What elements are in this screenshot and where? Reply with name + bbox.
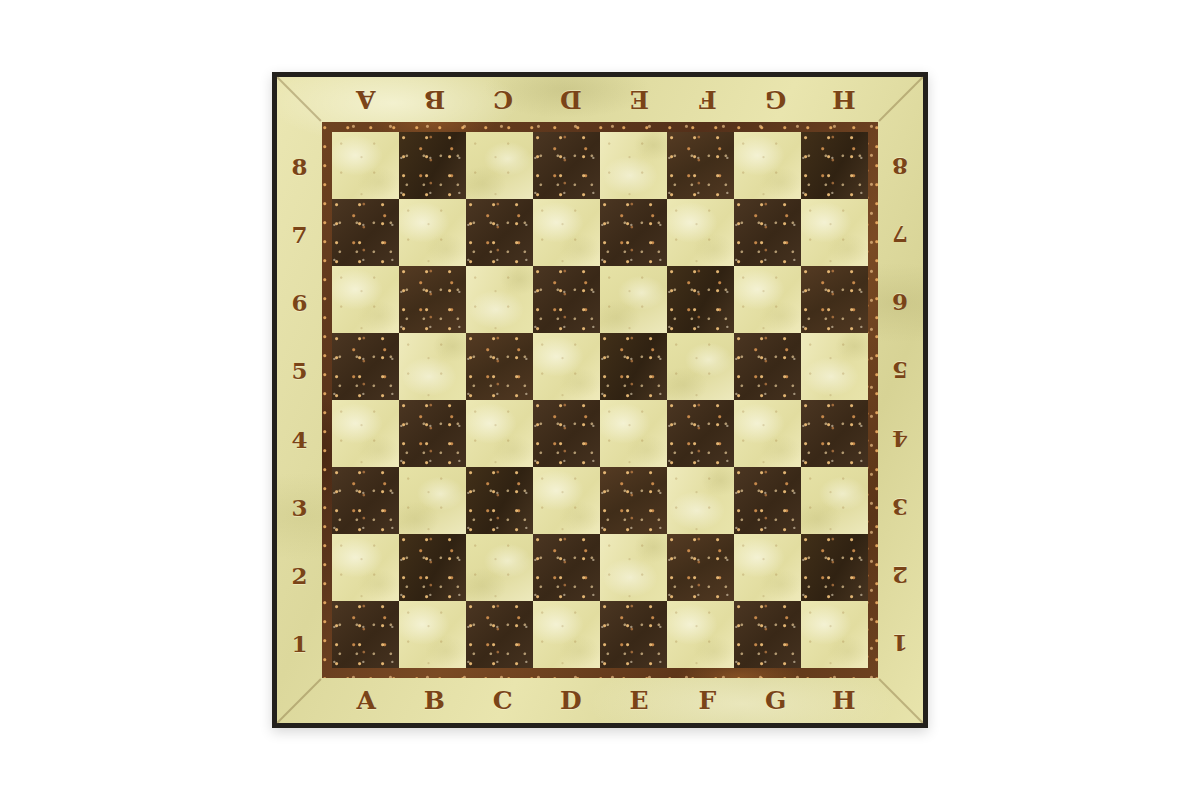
rank-label-right-3: 3 [878, 473, 923, 541]
square-e2[interactable] [600, 534, 667, 601]
square-e8[interactable] [600, 132, 667, 199]
label-glyph: 5 [291, 357, 307, 384]
rank-label-right-7: 7 [878, 200, 923, 268]
rank-label-left-1: 1 [277, 610, 322, 678]
square-e5[interactable] [600, 333, 667, 400]
label-glyph: B [424, 686, 445, 715]
label-glyph: 7 [892, 221, 908, 248]
square-a1[interactable] [332, 601, 399, 668]
label-glyph: 8 [892, 153, 908, 180]
square-g4[interactable] [734, 400, 801, 467]
label-glyph: G [765, 85, 786, 114]
file-labels-bottom: ABCDEFGH [332, 678, 878, 723]
square-b1[interactable] [399, 601, 466, 668]
rank-labels-left: 87654321 [277, 132, 322, 678]
square-b3[interactable] [399, 467, 466, 534]
square-h2[interactable] [801, 534, 868, 601]
file-label-bottom-e: E [605, 678, 673, 723]
square-h6[interactable] [801, 266, 868, 333]
square-b7[interactable] [399, 199, 466, 266]
file-label-top-f: F [673, 77, 741, 122]
square-d2[interactable] [533, 534, 600, 601]
label-glyph: 8 [291, 153, 307, 180]
square-d3[interactable] [533, 467, 600, 534]
square-a7[interactable] [332, 199, 399, 266]
label-glyph: F [699, 85, 717, 114]
square-d6[interactable] [533, 266, 600, 333]
rank-label-right-6: 6 [878, 269, 923, 337]
square-d4[interactable] [533, 400, 600, 467]
square-a2[interactable] [332, 534, 399, 601]
label-glyph: E [630, 85, 649, 114]
square-f5[interactable] [667, 333, 734, 400]
label-glyph: E [630, 686, 649, 715]
square-d1[interactable] [533, 601, 600, 668]
rank-label-left-3: 3 [277, 473, 322, 541]
square-a8[interactable] [332, 132, 399, 199]
square-f8[interactable] [667, 132, 734, 199]
square-c2[interactable] [466, 534, 533, 601]
frame-miter-top-right [878, 76, 923, 121]
square-c3[interactable] [466, 467, 533, 534]
square-e3[interactable] [600, 467, 667, 534]
label-glyph: 3 [291, 494, 307, 521]
file-label-top-e: E [605, 77, 673, 122]
label-glyph: 2 [892, 562, 908, 589]
square-b2[interactable] [399, 534, 466, 601]
board-inner-border [322, 122, 878, 678]
file-label-bottom-g: G [742, 678, 810, 723]
square-c6[interactable] [466, 266, 533, 333]
label-glyph: 4 [291, 426, 307, 453]
file-label-top-a: A [332, 77, 400, 122]
square-b4[interactable] [399, 400, 466, 467]
square-g5[interactable] [734, 333, 801, 400]
square-f6[interactable] [667, 266, 734, 333]
file-label-top-g: G [742, 77, 810, 122]
label-glyph: 1 [291, 630, 307, 657]
square-e6[interactable] [600, 266, 667, 333]
square-d5[interactable] [533, 333, 600, 400]
label-glyph: 3 [892, 494, 908, 521]
rank-label-right-8: 8 [878, 132, 923, 200]
square-f4[interactable] [667, 400, 734, 467]
square-a3[interactable] [332, 467, 399, 534]
square-h8[interactable] [801, 132, 868, 199]
square-h5[interactable] [801, 333, 868, 400]
file-label-bottom-c: C [469, 678, 537, 723]
photo-background: ABCDEFGH ABCDEFGH 87654321 87654321 [0, 0, 1200, 800]
label-glyph: H [832, 85, 856, 114]
square-g8[interactable] [734, 132, 801, 199]
square-f2[interactable] [667, 534, 734, 601]
frame-miter-bottom-right [878, 678, 923, 723]
file-label-top-h: H [810, 77, 878, 122]
square-e4[interactable] [600, 400, 667, 467]
square-b5[interactable] [399, 333, 466, 400]
square-h1[interactable] [801, 601, 868, 668]
label-glyph: A [356, 85, 375, 114]
square-b8[interactable] [399, 132, 466, 199]
square-b6[interactable] [399, 266, 466, 333]
rank-label-left-6: 6 [277, 269, 322, 337]
square-h3[interactable] [801, 467, 868, 534]
square-h7[interactable] [801, 199, 868, 266]
square-c8[interactable] [466, 132, 533, 199]
file-labels-top: ABCDEFGH [332, 77, 878, 122]
rank-label-left-2: 2 [277, 542, 322, 610]
file-label-bottom-b: B [400, 678, 468, 723]
rank-label-right-2: 2 [878, 542, 923, 610]
label-glyph: 5 [892, 357, 908, 384]
square-c4[interactable] [466, 400, 533, 467]
square-g6[interactable] [734, 266, 801, 333]
square-c7[interactable] [466, 199, 533, 266]
label-glyph: C [493, 85, 513, 114]
label-glyph: F [699, 686, 717, 715]
label-glyph: B [424, 85, 445, 114]
square-d7[interactable] [533, 199, 600, 266]
square-a6[interactable] [332, 266, 399, 333]
square-g1[interactable] [734, 601, 801, 668]
square-d8[interactable] [533, 132, 600, 199]
file-label-bottom-f: F [673, 678, 741, 723]
square-c1[interactable] [466, 601, 533, 668]
label-glyph: D [560, 85, 582, 114]
square-e1[interactable] [600, 601, 667, 668]
label-glyph: G [765, 686, 786, 715]
label-glyph: A [356, 686, 375, 715]
square-e7[interactable] [600, 199, 667, 266]
rank-label-left-8: 8 [277, 132, 322, 200]
label-glyph: 4 [892, 426, 908, 453]
rank-labels-right: 87654321 [878, 132, 923, 678]
file-label-top-c: C [469, 77, 537, 122]
square-g2[interactable] [734, 534, 801, 601]
label-glyph: 7 [291, 221, 307, 248]
label-glyph: 6 [892, 289, 908, 316]
frame-miter-top-left [276, 76, 321, 121]
square-c5[interactable] [466, 333, 533, 400]
square-f7[interactable] [667, 199, 734, 266]
rank-label-left-5: 5 [277, 337, 322, 405]
label-glyph: H [832, 686, 856, 715]
label-glyph: 1 [892, 630, 908, 657]
rank-label-left-4: 4 [277, 405, 322, 473]
rank-label-right-1: 1 [878, 610, 923, 678]
square-g3[interactable] [734, 467, 801, 534]
file-label-top-b: B [400, 77, 468, 122]
label-glyph: 2 [291, 562, 307, 589]
rank-label-left-7: 7 [277, 200, 322, 268]
label-glyph: 6 [291, 289, 307, 316]
square-g7[interactable] [734, 199, 801, 266]
label-glyph: D [560, 686, 582, 715]
rank-label-right-4: 4 [878, 405, 923, 473]
label-glyph: C [493, 686, 513, 715]
board-grid [332, 132, 868, 668]
rank-label-right-5: 5 [878, 337, 923, 405]
chess-board: ABCDEFGH ABCDEFGH 87654321 87654321 [272, 72, 928, 728]
file-label-bottom-d: D [537, 678, 605, 723]
square-h4[interactable] [801, 400, 868, 467]
file-label-bottom-a: A [332, 678, 400, 723]
frame-miter-bottom-left [276, 678, 321, 723]
file-label-top-d: D [537, 77, 605, 122]
square-a4[interactable] [332, 400, 399, 467]
square-f1[interactable] [667, 601, 734, 668]
square-f3[interactable] [667, 467, 734, 534]
file-label-bottom-h: H [810, 678, 878, 723]
square-a5[interactable] [332, 333, 399, 400]
